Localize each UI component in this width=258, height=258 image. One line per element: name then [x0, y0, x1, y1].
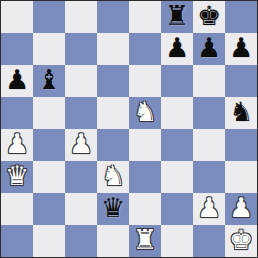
square-d3[interactable]: ♞ [97, 161, 129, 193]
square-b2[interactable] [33, 193, 65, 225]
piece-black-pawn: ♟ [197, 33, 221, 64]
square-e3[interactable] [129, 161, 161, 193]
piece-white-pawn: ♟ [229, 193, 253, 224]
square-h3[interactable] [225, 161, 257, 193]
square-d2[interactable]: ♛ [97, 193, 129, 225]
piece-white-pawn: ♟ [69, 129, 93, 160]
square-d5[interactable] [97, 97, 129, 129]
square-b1[interactable] [33, 225, 65, 257]
piece-black-knight: ♞ [229, 97, 253, 128]
square-g2[interactable]: ♟ [193, 193, 225, 225]
piece-black-king: ♚ [197, 1, 221, 32]
square-c2[interactable] [65, 193, 97, 225]
square-c8[interactable] [65, 1, 97, 33]
square-f2[interactable] [161, 193, 193, 225]
square-h4[interactable] [225, 129, 257, 161]
square-e7[interactable] [129, 33, 161, 65]
piece-black-rook: ♜ [165, 1, 189, 32]
square-c6[interactable] [65, 65, 97, 97]
square-h5[interactable]: ♞ [225, 97, 257, 129]
square-e4[interactable] [129, 129, 161, 161]
piece-white-knight: ♞ [133, 97, 157, 128]
square-h8[interactable] [225, 1, 257, 33]
piece-white-pawn: ♟ [5, 129, 29, 160]
square-g1[interactable] [193, 225, 225, 257]
square-h7[interactable]: ♟ [225, 33, 257, 65]
piece-black-bishop: ♝ [37, 65, 61, 96]
square-a6[interactable]: ♟ [1, 65, 33, 97]
square-b5[interactable] [33, 97, 65, 129]
piece-white-queen: ♛ [5, 161, 29, 192]
square-c7[interactable] [65, 33, 97, 65]
square-g5[interactable] [193, 97, 225, 129]
square-g3[interactable] [193, 161, 225, 193]
square-c5[interactable] [65, 97, 97, 129]
square-d7[interactable] [97, 33, 129, 65]
chess-board: ♜♚♟♟♟♟♝♞♞♟♟♛♞♛♟♟♜♚ [0, 0, 258, 258]
square-g6[interactable] [193, 65, 225, 97]
square-c3[interactable] [65, 161, 97, 193]
piece-white-knight: ♞ [101, 161, 125, 192]
square-d1[interactable] [97, 225, 129, 257]
square-f6[interactable] [161, 65, 193, 97]
square-a2[interactable] [1, 193, 33, 225]
square-a7[interactable] [1, 33, 33, 65]
square-e1[interactable]: ♜ [129, 225, 161, 257]
square-a4[interactable]: ♟ [1, 129, 33, 161]
piece-black-queen: ♛ [101, 193, 125, 224]
square-h1[interactable]: ♚ [225, 225, 257, 257]
square-b7[interactable] [33, 33, 65, 65]
square-g8[interactable]: ♚ [193, 1, 225, 33]
square-a5[interactable] [1, 97, 33, 129]
square-d4[interactable] [97, 129, 129, 161]
square-e5[interactable]: ♞ [129, 97, 161, 129]
square-e2[interactable] [129, 193, 161, 225]
square-f3[interactable] [161, 161, 193, 193]
square-b4[interactable] [33, 129, 65, 161]
square-a8[interactable] [1, 1, 33, 33]
piece-black-pawn: ♟ [5, 65, 29, 96]
square-d8[interactable] [97, 1, 129, 33]
square-f1[interactable] [161, 225, 193, 257]
square-h2[interactable]: ♟ [225, 193, 257, 225]
piece-black-pawn: ♟ [165, 33, 189, 64]
square-a1[interactable] [1, 225, 33, 257]
square-f5[interactable] [161, 97, 193, 129]
square-d6[interactable] [97, 65, 129, 97]
square-e6[interactable] [129, 65, 161, 97]
square-e8[interactable] [129, 1, 161, 33]
square-c1[interactable] [65, 225, 97, 257]
square-f7[interactable]: ♟ [161, 33, 193, 65]
square-g7[interactable]: ♟ [193, 33, 225, 65]
piece-white-rook: ♜ [133, 225, 157, 256]
piece-black-pawn: ♟ [229, 33, 253, 64]
square-b8[interactable] [33, 1, 65, 33]
square-h6[interactable] [225, 65, 257, 97]
square-c4[interactable]: ♟ [65, 129, 97, 161]
square-f8[interactable]: ♜ [161, 1, 193, 33]
square-g4[interactable] [193, 129, 225, 161]
square-b6[interactable]: ♝ [33, 65, 65, 97]
square-b3[interactable] [33, 161, 65, 193]
square-a3[interactable]: ♛ [1, 161, 33, 193]
piece-white-king: ♚ [229, 225, 253, 256]
square-f4[interactable] [161, 129, 193, 161]
piece-white-pawn: ♟ [197, 193, 221, 224]
